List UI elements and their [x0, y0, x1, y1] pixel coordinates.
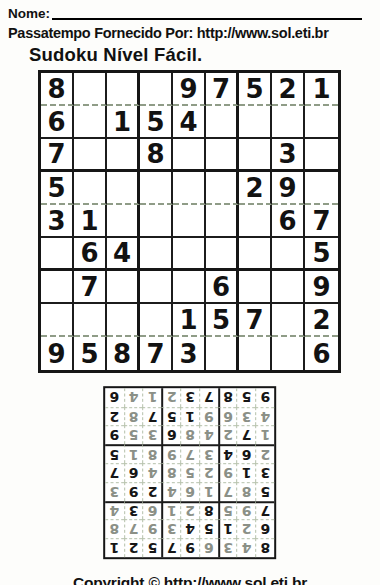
- cell-r9c2: 5: [74, 337, 107, 370]
- cell-r7c9: 9: [305, 271, 338, 304]
- cell-r8c9: 2: [305, 304, 338, 337]
- solution-cell-r7c1: 1: [256, 426, 275, 445]
- solution-cell-r6c2: 6: [237, 444, 256, 463]
- cell-r1c4[interactable]: [140, 73, 173, 106]
- cell-r6c3: 4: [107, 238, 140, 271]
- solution-cell-r9c4: 7: [199, 388, 218, 407]
- solution-cell-r3c1: 7: [256, 501, 275, 520]
- cell-r3c7[interactable]: [239, 139, 272, 172]
- cell-r5c6[interactable]: [206, 205, 239, 238]
- cell-r4c5[interactable]: [173, 172, 206, 205]
- cell-r7c4[interactable]: [140, 271, 173, 304]
- cell-r5c4[interactable]: [140, 205, 173, 238]
- solution-cell-r8c7: 7: [143, 407, 162, 426]
- solution-cell-r6c8: 1: [124, 444, 143, 463]
- cell-r9c4: 7: [140, 337, 173, 370]
- cell-r5c8: 6: [272, 205, 305, 238]
- cell-r7c3[interactable]: [107, 271, 140, 304]
- cell-r2c9[interactable]: [305, 106, 338, 139]
- cell-r2c4: 5: [140, 106, 173, 139]
- cell-r3c5[interactable]: [173, 139, 206, 172]
- name-blank-line[interactable]: [52, 17, 362, 20]
- cell-r8c1[interactable]: [41, 304, 74, 337]
- cell-r8c6: 5: [206, 304, 239, 337]
- cell-r2c7[interactable]: [239, 106, 272, 139]
- solution-cell-r6c4: 3: [199, 444, 218, 463]
- solution-cell-r4c6: 4: [162, 482, 181, 501]
- cell-r3c9[interactable]: [305, 139, 338, 172]
- cell-r8c2[interactable]: [74, 304, 107, 337]
- cell-r7c5[interactable]: [173, 271, 206, 304]
- solution-cell-r3c4: 8: [199, 501, 218, 520]
- solution-cell-r6c3: 4: [218, 444, 237, 463]
- solution-cell-r2c7: 9: [143, 520, 162, 539]
- solution-cell-r5c3: 9: [218, 463, 237, 482]
- solution-cell-r3c2: 9: [237, 501, 256, 520]
- cell-r4c9[interactable]: [305, 172, 338, 205]
- cell-r1c9: 1: [305, 73, 338, 106]
- solution-cell-r9c1: 9: [256, 388, 275, 407]
- solution-cell-r9c9: 6: [105, 388, 124, 407]
- solution-cell-r9c8: 4: [124, 388, 143, 407]
- cell-r8c8[interactable]: [272, 304, 305, 337]
- solution-cell-r3c7: 6: [143, 501, 162, 520]
- cell-r5c3[interactable]: [107, 205, 140, 238]
- cell-r2c8[interactable]: [272, 106, 305, 139]
- solution-cell-r4c2: 8: [237, 482, 256, 501]
- cell-r9c6[interactable]: [206, 337, 239, 370]
- cell-r5c5[interactable]: [173, 205, 206, 238]
- solution-cell-r9c6: 2: [162, 388, 181, 407]
- cell-r6c1[interactable]: [41, 238, 74, 271]
- cell-r3c2[interactable]: [74, 139, 107, 172]
- cell-r8c7: 7: [239, 304, 272, 337]
- solution-cell-r8c8: 8: [124, 407, 143, 426]
- cell-r1c8: 2: [272, 73, 305, 106]
- cell-r3c4: 8: [140, 139, 173, 172]
- solution-cell-r3c6: 1: [162, 501, 181, 520]
- sudoku-solution-grid-rotated-180: 8436975216215439787958216345871642933192…: [103, 386, 276, 559]
- cell-r5c7[interactable]: [239, 205, 272, 238]
- solution-cell-r1c5: 9: [181, 538, 200, 557]
- cell-r6c5[interactable]: [173, 238, 206, 271]
- solution-cell-r1c8: 2: [124, 538, 143, 557]
- solution-cell-r8c1: 4: [256, 407, 275, 426]
- solution-cell-r3c3: 5: [218, 501, 237, 520]
- solution-cell-r2c9: 8: [105, 520, 124, 539]
- solution-cell-r5c2: 1: [237, 463, 256, 482]
- cell-r8c3[interactable]: [107, 304, 140, 337]
- solution-cell-r2c5: 4: [181, 520, 200, 539]
- solution-cell-r8c6: 5: [162, 407, 181, 426]
- solution-cell-r3c8: 3: [124, 501, 143, 520]
- solution-cell-r4c5: 6: [181, 482, 200, 501]
- cell-r6c9: 5: [305, 238, 338, 271]
- solution-cell-r1c3: 3: [218, 538, 237, 557]
- solution-cell-r8c5: 1: [181, 407, 200, 426]
- solution-cell-r1c7: 5: [143, 538, 162, 557]
- sudoku-puzzle-grid: 897521615478352931676457691572958736: [38, 70, 341, 373]
- solution-cell-r7c6: 6: [162, 426, 181, 445]
- cell-r9c5: 3: [173, 337, 206, 370]
- cell-r9c7[interactable]: [239, 337, 272, 370]
- name-label: Nome:: [8, 6, 50, 21]
- cell-r1c5: 9: [173, 73, 206, 106]
- solution-cell-r2c2: 2: [237, 520, 256, 539]
- cell-r6c8[interactable]: [272, 238, 305, 271]
- solution-cell-r5c1: 3: [256, 463, 275, 482]
- solution-cell-r4c7: 2: [143, 482, 162, 501]
- cell-r4c2[interactable]: [74, 172, 107, 205]
- cell-r6c2: 6: [74, 238, 107, 271]
- solution-cell-r1c4: 6: [199, 538, 218, 557]
- cell-r2c3: 1: [107, 106, 140, 139]
- cell-r1c2[interactable]: [74, 73, 107, 106]
- cell-r5c2: 1: [74, 205, 107, 238]
- cell-r6c7[interactable]: [239, 238, 272, 271]
- cell-r9c1: 9: [41, 337, 74, 370]
- solution-cell-r8c9: 2: [105, 407, 124, 426]
- solution-cell-r7c9: 9: [105, 426, 124, 445]
- cell-r7c6: 6: [206, 271, 239, 304]
- cell-r1c7: 5: [239, 73, 272, 106]
- solution-cell-r1c1: 8: [256, 538, 275, 557]
- worksheet-page: Nome: Passatempo Fornecido Por: http://w…: [0, 0, 380, 585]
- cell-r9c8[interactable]: [272, 337, 305, 370]
- solution-cell-r7c2: 7: [237, 426, 256, 445]
- solution-cell-r2c4: 5: [199, 520, 218, 539]
- cell-r3c6[interactable]: [206, 139, 239, 172]
- solution-cell-r1c2: 4: [237, 538, 256, 557]
- solution-cell-r2c8: 7: [124, 520, 143, 539]
- cell-r1c1: 8: [41, 73, 74, 106]
- cell-r3c8: 3: [272, 139, 305, 172]
- solution-cell-r6c1: 2: [256, 444, 275, 463]
- solution-cell-r9c5: 3: [181, 388, 200, 407]
- solution-cell-r5c7: 4: [143, 463, 162, 482]
- cell-r9c9: 6: [305, 337, 338, 370]
- solution-cell-r6c5: 7: [181, 444, 200, 463]
- solution-cell-r7c4: 4: [199, 426, 218, 445]
- cell-r2c2[interactable]: [74, 106, 107, 139]
- solution-cell-r1c9: 1: [105, 538, 124, 557]
- cell-r4c4[interactable]: [140, 172, 173, 205]
- solution-cell-r5c5: 5: [181, 463, 200, 482]
- cell-r1c6: 7: [206, 73, 239, 106]
- cell-r8c4[interactable]: [140, 304, 173, 337]
- solution-cell-r8c4: 9: [199, 407, 218, 426]
- cell-r7c2: 7: [74, 271, 107, 304]
- cell-r6c4[interactable]: [140, 238, 173, 271]
- cell-r2c5: 4: [173, 106, 206, 139]
- solution-cell-r9c7: 1: [143, 388, 162, 407]
- solution-cell-r4c9: 3: [105, 482, 124, 501]
- cell-r2c1: 6: [41, 106, 74, 139]
- solution-cell-r2c3: 1: [218, 520, 237, 539]
- solution-cell-r1c6: 7: [162, 538, 181, 557]
- cell-r9c3: 8: [107, 337, 140, 370]
- cell-r4c6[interactable]: [206, 172, 239, 205]
- cell-r6c6[interactable]: [206, 238, 239, 271]
- solution-cell-r2c1: 6: [256, 520, 275, 539]
- page-title: Sudoku Nível Fácil.: [29, 44, 372, 66]
- solution-cell-r8c3: 6: [218, 407, 237, 426]
- cell-r1c3[interactable]: [107, 73, 140, 106]
- name-row: Nome:: [8, 5, 372, 21]
- cell-r4c3[interactable]: [107, 172, 140, 205]
- cell-r5c9: 7: [305, 205, 338, 238]
- solution-cell-r4c8: 9: [124, 482, 143, 501]
- cell-r4c1: 5: [41, 172, 74, 205]
- cell-r4c8: 9: [272, 172, 305, 205]
- cell-r7c1[interactable]: [41, 271, 74, 304]
- solution-cell-r7c3: 2: [218, 426, 237, 445]
- cell-r7c8[interactable]: [272, 271, 305, 304]
- solution-cell-r5c4: 2: [199, 463, 218, 482]
- solution-cell-r9c3: 8: [218, 388, 237, 407]
- solution-cell-r7c7: 3: [143, 426, 162, 445]
- solution-cell-r5c9: 7: [105, 463, 124, 482]
- solution-cell-r6c7: 8: [143, 444, 162, 463]
- cell-r3c3[interactable]: [107, 139, 140, 172]
- solution-cell-r3c9: 4: [105, 501, 124, 520]
- solution-cell-r6c6: 9: [162, 444, 181, 463]
- solution-cell-r2c6: 3: [162, 520, 181, 539]
- solution-cell-r7c5: 8: [181, 426, 200, 445]
- solution-cell-r4c4: 1: [199, 482, 218, 501]
- solution-cell-r8c2: 3: [237, 407, 256, 426]
- solution-cell-r7c8: 5: [124, 426, 143, 445]
- provided-by-text: Passatempo Fornecido Por: http://www.sol…: [8, 25, 372, 41]
- solution-cell-r4c1: 5: [256, 482, 275, 501]
- solution-cell-r4c3: 7: [218, 482, 237, 501]
- solution-cell-r5c6: 8: [162, 463, 181, 482]
- cell-r7c7[interactable]: [239, 271, 272, 304]
- cell-r2c6[interactable]: [206, 106, 239, 139]
- cell-r4c7: 2: [239, 172, 272, 205]
- solution-cell-r5c8: 6: [124, 463, 143, 482]
- cell-r5c1: 3: [41, 205, 74, 238]
- solution-cell-r3c5: 2: [181, 501, 200, 520]
- solution-cell-r9c2: 5: [237, 388, 256, 407]
- cell-r3c1: 7: [41, 139, 74, 172]
- solution-cell-r6c9: 5: [105, 444, 124, 463]
- copyright-text: Copyright © http://www.sol.eti.br: [8, 574, 372, 585]
- cell-r8c5: 1: [173, 304, 206, 337]
